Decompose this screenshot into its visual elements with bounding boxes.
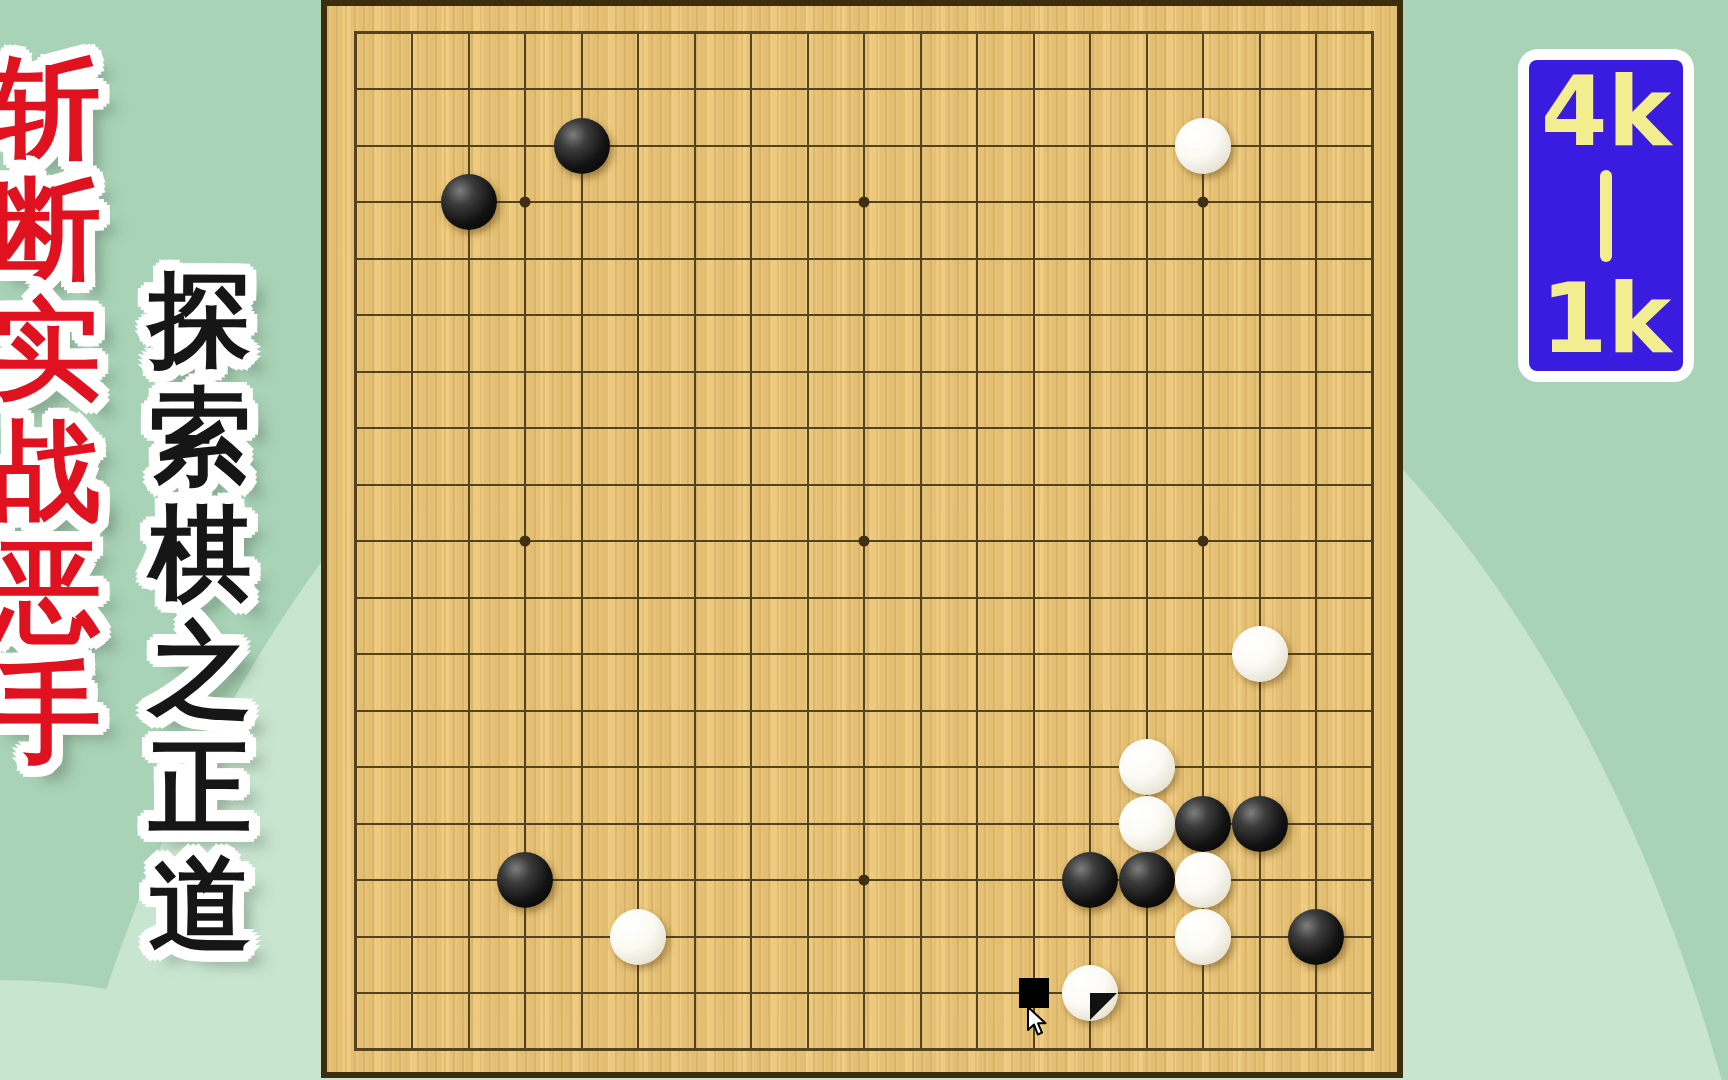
title-character: 斩 — [0, 54, 101, 162]
rank-badge: 4k 1k — [1518, 49, 1694, 382]
title-character: 探 — [149, 268, 252, 371]
title-character: 实 — [0, 296, 101, 404]
title-character: 索 — [149, 385, 252, 488]
title-character: 恶 — [0, 538, 101, 646]
title-character: 正 — [149, 736, 252, 839]
mouse-cursor — [1026, 1006, 1050, 1040]
title-character: 断 — [0, 175, 101, 283]
title-character: 战 — [0, 417, 101, 525]
rank-badge-divider — [1600, 170, 1612, 262]
title-character: 之 — [149, 619, 252, 722]
title-character: 手 — [0, 659, 101, 767]
rank-badge-bottom-label: 1k — [1541, 276, 1672, 362]
rank-badge-top-label: 4k — [1541, 69, 1672, 155]
title-character: 道 — [149, 853, 252, 956]
title-character: 棋 — [149, 502, 252, 605]
title-red-vertical: 斩断实战恶手 — [0, 54, 106, 767]
go-board[interactable] — [321, 0, 1403, 1078]
rank-badge-inner: 4k 1k — [1529, 60, 1683, 371]
title-black-vertical: 探索棋之正道 — [144, 268, 256, 956]
